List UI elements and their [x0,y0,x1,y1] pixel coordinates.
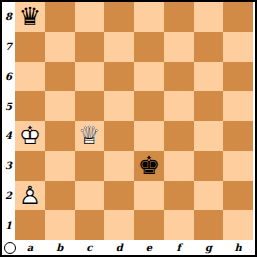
square-a8[interactable]: ♛ [15,2,45,32]
square-c1[interactable] [75,210,105,240]
square-h3[interactable] [223,151,253,181]
square-b3[interactable] [45,151,75,181]
square-d1[interactable] [104,210,134,240]
square-c8[interactable] [75,2,105,32]
white-king-icon: ♔ [19,121,41,151]
rank-label-2: 2 [2,181,15,211]
square-h5[interactable] [223,91,253,121]
piece-black-queen[interactable]: ♛ [15,2,45,32]
square-c2[interactable] [75,181,105,211]
square-b1[interactable] [45,210,75,240]
square-d3[interactable] [104,151,134,181]
square-g6[interactable] [194,62,224,92]
square-e4[interactable] [134,121,164,151]
square-c6[interactable] [75,62,105,92]
white-pawn-icon: ♙ [19,181,41,211]
square-d7[interactable] [104,32,134,62]
square-g7[interactable] [194,32,224,62]
square-f3[interactable] [164,151,194,181]
square-e6[interactable] [134,62,164,92]
square-h8[interactable] [223,2,253,32]
white-to-move-indicator [4,242,16,254]
square-e5[interactable] [134,91,164,121]
rank-label-4: 4 [2,121,15,151]
square-b7[interactable] [45,32,75,62]
piece-black-king[interactable]: ♚ [134,151,164,181]
square-a3[interactable] [15,151,45,181]
rank-labels: 87654321 [2,2,15,240]
square-e2[interactable] [134,181,164,211]
file-label-b: b [45,240,75,254]
file-label-d: d [104,240,134,254]
square-f6[interactable] [164,62,194,92]
square-e8[interactable] [134,2,164,32]
chess-board: ♛♚♔♛♕♚♟♙ [15,2,253,240]
square-a2[interactable]: ♟♙ [15,181,45,211]
square-e1[interactable] [134,210,164,240]
white-queen-icon: ♕ [78,121,100,151]
square-f8[interactable] [164,2,194,32]
file-label-c: c [75,240,105,254]
square-d4[interactable] [104,121,134,151]
square-g1[interactable] [194,210,224,240]
file-label-a: a [15,240,45,254]
square-g2[interactable] [194,181,224,211]
black-queen-icon: ♛ [19,2,41,32]
square-a6[interactable] [15,62,45,92]
rank-label-8: 8 [2,2,15,32]
rank-label-1: 1 [2,210,15,240]
square-f5[interactable] [164,91,194,121]
square-b8[interactable] [45,2,75,32]
square-e3[interactable]: ♚ [134,151,164,181]
square-c7[interactable] [75,32,105,62]
file-labels: abcdefgh [15,240,253,255]
square-h7[interactable] [223,32,253,62]
square-h6[interactable] [223,62,253,92]
square-f7[interactable] [164,32,194,62]
square-g4[interactable] [194,121,224,151]
square-a7[interactable] [15,32,45,62]
square-c3[interactable] [75,151,105,181]
square-f4[interactable] [164,121,194,151]
square-g5[interactable] [194,91,224,121]
piece-white-pawn[interactable]: ♟♙ [15,181,45,211]
rank-label-6: 6 [2,62,15,92]
square-d2[interactable] [104,181,134,211]
square-f1[interactable] [164,210,194,240]
square-d6[interactable] [104,62,134,92]
square-a5[interactable] [15,91,45,121]
square-b4[interactable] [45,121,75,151]
square-b6[interactable] [45,62,75,92]
file-label-g: g [194,240,224,254]
black-king-icon: ♚ [138,151,160,181]
square-h2[interactable] [223,181,253,211]
square-c4[interactable]: ♛♕ [75,121,105,151]
square-b5[interactable] [45,91,75,121]
file-label-e: e [134,240,164,254]
square-g8[interactable] [194,2,224,32]
square-f2[interactable] [164,181,194,211]
square-g3[interactable] [194,151,224,181]
rank-label-7: 7 [2,32,15,62]
square-c5[interactable] [75,91,105,121]
chess-diagram: ♛♚♔♛♕♚♟♙ 87654321 abcdefgh [0,0,257,257]
file-label-f: f [164,240,194,254]
piece-white-queen[interactable]: ♛♕ [75,121,105,151]
square-a1[interactable] [15,210,45,240]
rank-label-5: 5 [2,91,15,121]
square-b2[interactable] [45,181,75,211]
rank-label-3: 3 [2,151,15,181]
square-e7[interactable] [134,32,164,62]
square-d8[interactable] [104,2,134,32]
piece-white-king[interactable]: ♚♔ [15,121,45,151]
square-h1[interactable] [223,210,253,240]
square-d5[interactable] [104,91,134,121]
square-h4[interactable] [223,121,253,151]
file-label-h: h [223,240,253,254]
square-a4[interactable]: ♚♔ [15,121,45,151]
